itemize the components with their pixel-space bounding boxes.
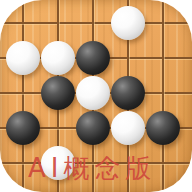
black-stone-r3c2	[41, 76, 75, 110]
white-stone-r3c3	[76, 76, 110, 110]
app-icon[interactable]: AI概念版	[0, 0, 192, 192]
black-stone-r4c3	[76, 111, 110, 145]
white-stone-r4c4	[111, 111, 145, 145]
white-stone-r1c4	[111, 6, 145, 40]
white-stone-r2c2	[41, 41, 75, 75]
black-stone-r4c1	[6, 111, 40, 145]
black-stone-r3c4	[111, 76, 145, 110]
version-badge-text: AI概念版	[28, 153, 156, 183]
black-stone-r4c5	[146, 111, 180, 145]
white-stone-r2c1	[6, 41, 40, 75]
black-stone-r2c3	[76, 41, 110, 75]
